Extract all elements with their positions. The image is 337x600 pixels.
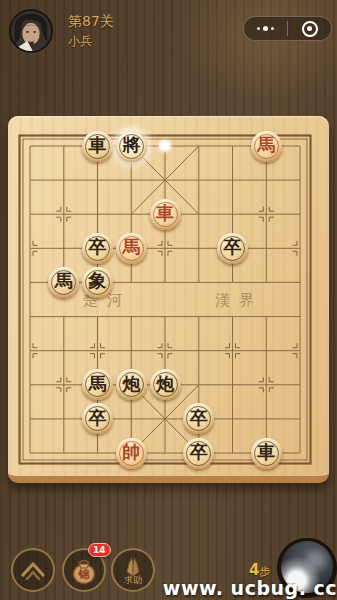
piece-label: 卒	[190, 443, 208, 461]
piece-label: 帥	[122, 443, 140, 461]
piece-label: 車	[257, 443, 275, 461]
piece-black-soldier[interactable]: 卒	[183, 438, 214, 469]
piece-black-cannon[interactable]: 炮	[150, 369, 181, 400]
chevron-up-icon	[16, 553, 50, 587]
piece-black-horse[interactable]: 馬	[48, 267, 79, 298]
avatar[interactable]	[9, 9, 53, 53]
piece-red-horse[interactable]: 馬	[251, 131, 282, 162]
help-button[interactable]: 求助	[111, 548, 155, 592]
bag-label: 锦	[78, 568, 90, 580]
piece-label: 馬	[55, 272, 73, 290]
close-icon	[302, 21, 318, 37]
level-title: 第87关	[68, 13, 114, 31]
piece-label: 車	[89, 136, 107, 154]
piece-black-soldier[interactable]: 卒	[82, 233, 113, 264]
last-move-marker	[155, 136, 175, 156]
more-button[interactable]	[244, 17, 287, 40]
hint-count-badge: 14	[88, 543, 111, 557]
piece-label: 炮	[122, 375, 140, 393]
piece-label: 卒	[224, 238, 242, 256]
piece-red-horse[interactable]: 馬	[116, 233, 147, 264]
close-button[interactable]	[288, 17, 331, 40]
piece-label: 馬	[89, 375, 107, 393]
piece-label: 將	[122, 136, 140, 154]
piece-black-chariot[interactable]: 車	[82, 131, 113, 162]
piece-label: 卒	[89, 409, 107, 427]
player-name: 小兵	[68, 33, 92, 50]
piece-black-cannon[interactable]: 炮	[116, 369, 147, 400]
river-label-right: 漢界	[215, 291, 263, 309]
help-label: 求助	[124, 575, 142, 585]
collapse-button[interactable]	[11, 548, 55, 592]
piece-label: 炮	[156, 375, 174, 393]
xiangqi-board: 楚河漢界車將馬車卒馬卒馬象馬炮炮卒卒帥卒車	[8, 116, 329, 483]
piece-label: 卒	[89, 238, 107, 256]
wechat-capsule	[243, 16, 332, 41]
piece-label: 象	[89, 272, 107, 290]
praying-hands-icon: 求助	[115, 552, 151, 588]
piece-black-chariot[interactable]: 車	[251, 438, 282, 469]
piece-red-chariot[interactable]: 車	[150, 199, 181, 230]
piece-red-general[interactable]: 帥	[116, 438, 147, 469]
watermark: www. ucbug. cc	[163, 577, 337, 599]
brocade-bag-icon: 锦	[66, 552, 102, 588]
piece-label: 卒	[190, 409, 208, 427]
avatar-portrait	[11, 11, 51, 51]
piece-label: 馬	[122, 238, 140, 256]
more-dots-icon	[257, 27, 260, 30]
piece-label: 馬	[257, 136, 275, 154]
piece-black-soldier[interactable]: 卒	[217, 233, 248, 264]
app-screen: 第87关 小兵 楚河漢界車將馬車卒馬卒馬象馬炮炮卒卒帥卒車 锦 14 求助	[0, 0, 337, 600]
piece-black-elephant[interactable]: 象	[82, 267, 113, 298]
piece-label: 車	[156, 204, 174, 222]
piece-black-general[interactable]: 將	[116, 131, 147, 162]
